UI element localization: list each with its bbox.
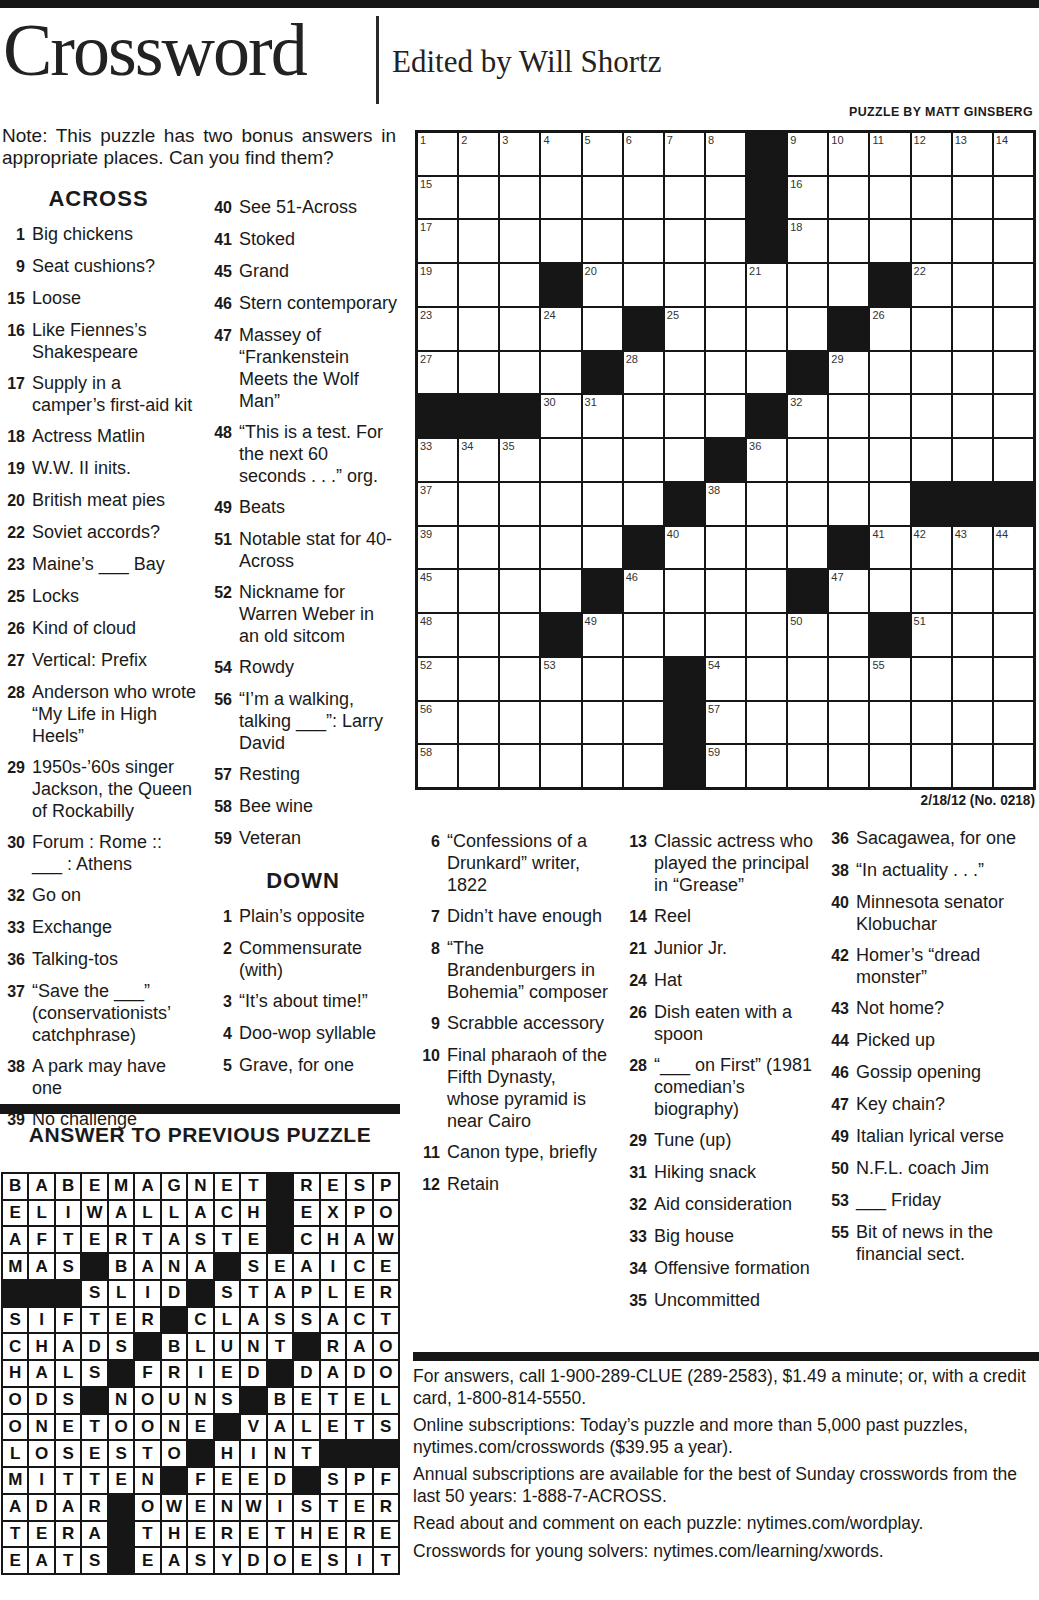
grid-cell[interactable] <box>500 264 539 306</box>
clue-number: 43 <box>824 997 849 1020</box>
grid-cell[interactable]: 11 <box>870 133 909 175</box>
clue-number: 28 <box>0 681 25 747</box>
grid-cell[interactable]: 21 <box>747 264 786 306</box>
clue-text: ___ Friday <box>856 1189 1039 1212</box>
grid-cell[interactable] <box>665 439 704 481</box>
puzzle-grid: 1234567891011121314151617181920212223242… <box>415 130 1036 790</box>
clue-across-46: 46Stern contemporary <box>207 292 399 315</box>
grid-cell[interactable] <box>747 745 786 787</box>
grid-cell[interactable]: 34 <box>459 439 498 481</box>
grid-cell[interactable]: 35 <box>500 439 539 481</box>
grid-cell[interactable] <box>953 658 992 700</box>
answer-letter-cell: A <box>162 1227 186 1252</box>
grid-cell[interactable] <box>706 308 745 350</box>
grid-cell[interactable]: 9 <box>788 133 827 175</box>
grid-cell[interactable] <box>541 745 580 787</box>
answer-black-square <box>374 1441 398 1466</box>
grid-cell[interactable] <box>912 658 951 700</box>
grid-cell[interactable]: 27 <box>418 352 457 394</box>
clue-across-23: 23Maine’s ___ Bay <box>0 553 197 576</box>
grid-cell[interactable] <box>583 527 622 569</box>
clue-text: Notable stat for 40-Across <box>239 528 399 572</box>
grid-cell[interactable] <box>624 264 663 306</box>
grid-cell[interactable] <box>624 483 663 525</box>
grid-cell[interactable] <box>583 439 622 481</box>
grid-cell[interactable] <box>541 439 580 481</box>
grid-cell[interactable] <box>953 220 992 262</box>
grid-cell[interactable] <box>994 658 1033 700</box>
grid-cell[interactable]: 30 <box>541 395 580 437</box>
answer-letter-cell: E <box>347 1388 371 1413</box>
answer-black-square <box>109 1522 133 1547</box>
answer-letter-cell: P <box>347 1468 371 1493</box>
grid-cell[interactable]: 57 <box>706 702 745 744</box>
grid-cell[interactable] <box>747 352 786 394</box>
clue-number: 40 <box>824 891 849 935</box>
grid-cell[interactable] <box>829 745 868 787</box>
grid-cell[interactable] <box>459 308 498 350</box>
grid-cell[interactable] <box>747 614 786 656</box>
clue-across-26: 26Kind of cloud <box>0 617 197 640</box>
grid-cell[interactable]: 31 <box>583 395 622 437</box>
grid-cell[interactable] <box>747 483 786 525</box>
grid-cell[interactable] <box>624 614 663 656</box>
grid-cell[interactable] <box>829 177 868 219</box>
clue-text: “Save the ___” (conservationists’ catchp… <box>32 980 197 1046</box>
grid-cell[interactable]: 49 <box>583 614 622 656</box>
black-square <box>829 308 868 350</box>
grid-cell[interactable] <box>459 483 498 525</box>
grid-cell[interactable] <box>829 220 868 262</box>
grid-cell[interactable]: 46 <box>624 570 663 612</box>
clue-down-13: 13Classic actress who played the princip… <box>622 830 818 896</box>
grid-cell[interactable] <box>583 658 622 700</box>
grid-cell[interactable] <box>953 264 992 306</box>
grid-cell[interactable] <box>788 745 827 787</box>
answer-letter-cell: T <box>82 1415 106 1440</box>
cell-number: 50 <box>790 615 802 627</box>
answer-letter-cell: T <box>268 1334 292 1359</box>
grid-cell[interactable]: 13 <box>953 133 992 175</box>
grid-cell[interactable]: 53 <box>541 658 580 700</box>
grid-cell[interactable] <box>747 308 786 350</box>
grid-cell[interactable] <box>747 570 786 612</box>
grid-cell[interactable] <box>706 264 745 306</box>
grid-cell[interactable] <box>788 264 827 306</box>
grid-cell[interactable]: 25 <box>665 308 704 350</box>
grid-cell[interactable]: 47 <box>829 570 868 612</box>
grid-cell[interactable]: 23 <box>418 308 457 350</box>
clue-number: 59 <box>207 827 232 850</box>
grid-cell[interactable] <box>706 352 745 394</box>
grid-cell[interactable] <box>870 439 909 481</box>
grid-cell[interactable] <box>624 439 663 481</box>
answer-black-square <box>29 1281 53 1306</box>
grid-cell[interactable] <box>829 439 868 481</box>
grid-cell[interactable] <box>583 702 622 744</box>
black-square <box>583 570 622 612</box>
clue-down-50: 50N.F.L. coach Jim <box>824 1157 1039 1180</box>
grid-cell[interactable] <box>500 527 539 569</box>
clue-text: Locks <box>32 585 197 608</box>
answer-letter-cell: R <box>294 1174 318 1199</box>
clue-number: 28 <box>622 1054 647 1120</box>
clue-number: 50 <box>824 1157 849 1180</box>
answer-letter-cell: L <box>321 1281 345 1306</box>
clue-across-32: 32Go on <box>0 884 197 907</box>
grid-cell[interactable] <box>747 527 786 569</box>
answer-letter-cell: I <box>268 1495 292 1520</box>
grid-cell[interactable] <box>459 527 498 569</box>
grid-cell[interactable] <box>829 264 868 306</box>
grid-cell[interactable] <box>459 658 498 700</box>
grid-cell[interactable]: 55 <box>870 658 909 700</box>
clue-text: 1950s-’60s singer Jackson, the Queen of … <box>32 756 197 822</box>
grid-cell[interactable] <box>624 658 663 700</box>
grid-cell[interactable] <box>665 352 704 394</box>
answer-letter-cell: E <box>294 1388 318 1413</box>
answer-letter-cell: E <box>215 1174 239 1199</box>
grid-cell[interactable] <box>459 264 498 306</box>
grid-cell[interactable] <box>500 308 539 350</box>
grid-cell[interactable] <box>994 308 1033 350</box>
grid-cell[interactable] <box>994 745 1033 787</box>
grid-cell[interactable]: 7 <box>665 133 704 175</box>
grid-cell[interactable] <box>583 308 622 350</box>
grid-cell[interactable] <box>994 439 1033 481</box>
grid-cell[interactable] <box>829 483 868 525</box>
grid-cell[interactable]: 17 <box>418 220 457 262</box>
grid-cell[interactable] <box>829 658 868 700</box>
grid-cell[interactable] <box>624 395 663 437</box>
grid-cell[interactable]: 26 <box>870 308 909 350</box>
grid-cell[interactable] <box>500 570 539 612</box>
answer-letter-cell: A <box>3 1495 27 1520</box>
answer-letter-cell: F <box>135 1361 159 1386</box>
grid-cell[interactable] <box>500 702 539 744</box>
grid-cell[interactable]: 8 <box>706 133 745 175</box>
clue-across-29: 291950s-’60s singer Jackson, the Queen o… <box>0 756 197 822</box>
answer-title: ANSWER TO PREVIOUS PUZZLE <box>0 1123 400 1147</box>
answer-letter-cell: A <box>268 1415 292 1440</box>
grid-cell[interactable] <box>500 177 539 219</box>
grid-cell[interactable] <box>541 177 580 219</box>
grid-cell[interactable] <box>459 177 498 219</box>
grid-cell[interactable] <box>665 177 704 219</box>
grid-cell[interactable]: 18 <box>788 220 827 262</box>
grid-cell[interactable] <box>788 483 827 525</box>
grid-cell[interactable] <box>459 570 498 612</box>
answer-letter-cell: X <box>321 1201 345 1226</box>
grid-cell[interactable] <box>953 308 992 350</box>
grid-cell[interactable] <box>706 177 745 219</box>
grid-cell[interactable] <box>953 177 992 219</box>
grid-cell[interactable] <box>870 570 909 612</box>
grid-cell[interactable] <box>829 614 868 656</box>
grid-cell[interactable] <box>829 702 868 744</box>
answer-letter-cell: T <box>56 1227 80 1252</box>
answer-letter-cell: O <box>135 1495 159 1520</box>
grid-cell[interactable]: 5 <box>583 133 622 175</box>
clue-number: 37 <box>0 980 25 1046</box>
grid-cell[interactable] <box>788 658 827 700</box>
clue-down-8: 8“The Brandenburgers in Bohemia” compose… <box>415 937 612 1003</box>
answer-letter-cell: T <box>82 1308 106 1333</box>
grid-cell[interactable] <box>912 702 951 744</box>
answer-black-square <box>56 1281 80 1306</box>
grid-cell[interactable] <box>665 570 704 612</box>
grid-cell[interactable] <box>912 177 951 219</box>
answer-letter-cell: R <box>347 1522 371 1547</box>
grid-cell[interactable] <box>912 395 951 437</box>
answer-letter-cell: M <box>3 1254 27 1279</box>
grid-cell[interactable] <box>706 527 745 569</box>
grid-cell[interactable] <box>870 483 909 525</box>
clue-across-45: 45Grand <box>207 260 399 283</box>
grid-cell[interactable] <box>788 527 827 569</box>
grid-cell[interactable]: 52 <box>418 658 457 700</box>
answer-black-square <box>188 1281 212 1306</box>
grid-cell[interactable] <box>541 570 580 612</box>
grid-cell[interactable] <box>541 352 580 394</box>
grid-cell[interactable] <box>870 352 909 394</box>
grid-cell[interactable] <box>953 439 992 481</box>
grid-cell[interactable]: 38 <box>706 483 745 525</box>
grid-cell[interactable] <box>994 570 1033 612</box>
cell-number: 20 <box>585 265 597 277</box>
grid-cell[interactable] <box>459 352 498 394</box>
date-line: 2/18/12 (No. 0218) <box>659 792 1035 808</box>
clue-text: “I’m a walking, talking ___”: Larry Davi… <box>239 688 399 754</box>
grid-cell[interactable] <box>870 395 909 437</box>
grid-cell[interactable] <box>994 352 1033 394</box>
grid-cell[interactable] <box>870 702 909 744</box>
grid-cell[interactable] <box>912 439 951 481</box>
clue-text: Key chain? <box>856 1093 1039 1116</box>
grid-cell[interactable] <box>459 220 498 262</box>
grid-cell[interactable]: 42 <box>912 527 951 569</box>
clue-number: 1 <box>0 223 25 246</box>
grid-cell[interactable]: 15 <box>418 177 457 219</box>
grid-cell[interactable] <box>870 220 909 262</box>
grid-cell[interactable] <box>665 395 704 437</box>
clue-number: 48 <box>207 421 232 487</box>
grid-cell[interactable] <box>912 220 951 262</box>
grid-cell[interactable]: 14 <box>994 133 1033 175</box>
grid-cell[interactable] <box>624 177 663 219</box>
clue-text: W.W. II inits. <box>32 457 197 480</box>
grid-cell[interactable] <box>912 352 951 394</box>
answer-letter-cell: R <box>135 1308 159 1333</box>
grid-cell[interactable]: 45 <box>418 570 457 612</box>
grid-cell[interactable]: 40 <box>665 527 704 569</box>
answer-letter-cell: P <box>374 1174 398 1199</box>
grid-cell[interactable] <box>583 177 622 219</box>
grid-cell[interactable] <box>747 702 786 744</box>
grid-cell[interactable] <box>541 527 580 569</box>
grid-cell[interactable] <box>665 264 704 306</box>
grid-cell[interactable]: 6 <box>624 133 663 175</box>
answer-letter-cell: C <box>188 1308 212 1333</box>
grid-cell[interactable] <box>665 614 704 656</box>
grid-cell[interactable] <box>994 264 1033 306</box>
grid-cell[interactable]: 33 <box>418 439 457 481</box>
clue-text: Loose <box>32 287 197 310</box>
grid-cell[interactable] <box>459 745 498 787</box>
grid-cell[interactable] <box>829 395 868 437</box>
clue-number: 49 <box>207 496 232 519</box>
black-square <box>665 658 704 700</box>
grid-cell[interactable]: 56 <box>418 702 457 744</box>
grid-cell[interactable]: 43 <box>953 527 992 569</box>
grid-cell[interactable] <box>788 439 827 481</box>
clue-number: 16 <box>0 319 25 363</box>
answer-letter-cell: L <box>162 1201 186 1226</box>
grid-cell[interactable] <box>953 570 992 612</box>
grid-cell[interactable] <box>583 220 622 262</box>
clue-number: 46 <box>207 292 232 315</box>
cell-number: 18 <box>790 221 802 233</box>
grid-cell[interactable]: 12 <box>912 133 951 175</box>
grid-cell[interactable] <box>788 308 827 350</box>
answer-letter-cell: F <box>29 1227 53 1252</box>
grid-cell[interactable] <box>624 220 663 262</box>
grid-cell[interactable]: 39 <box>418 527 457 569</box>
grid-cell[interactable] <box>747 658 786 700</box>
grid-cell[interactable]: 50 <box>788 614 827 656</box>
grid-cell[interactable]: 3 <box>500 133 539 175</box>
clue-across-57: 57Resting <box>207 763 399 786</box>
grid-cell[interactable]: 54 <box>706 658 745 700</box>
grid-cell[interactable] <box>500 658 539 700</box>
grid-cell[interactable]: 19 <box>418 264 457 306</box>
answer-letter-cell: T <box>135 1441 159 1466</box>
grid-cell[interactable]: 1 <box>418 133 457 175</box>
grid-cell[interactable] <box>706 395 745 437</box>
clue-text: Grand <box>239 260 399 283</box>
grid-cell[interactable] <box>994 177 1033 219</box>
clue-number: 42 <box>824 944 849 988</box>
clue-number: 47 <box>207 324 232 412</box>
grid-cell[interactable] <box>870 745 909 787</box>
grid-cell[interactable] <box>912 570 951 612</box>
answer-letter-cell: E <box>268 1254 292 1279</box>
grid-cell[interactable] <box>994 702 1033 744</box>
grid-cell[interactable] <box>459 702 498 744</box>
cell-number: 56 <box>420 703 432 715</box>
grid-cell[interactable]: 4 <box>541 133 580 175</box>
grid-cell[interactable] <box>912 308 951 350</box>
grid-cell[interactable] <box>953 702 992 744</box>
grid-cell[interactable]: 44 <box>994 527 1033 569</box>
grid-cell[interactable] <box>953 745 992 787</box>
grid-cell[interactable] <box>500 614 539 656</box>
grid-cell[interactable] <box>706 614 745 656</box>
cell-number: 53 <box>543 659 555 671</box>
grid-cell[interactable] <box>953 352 992 394</box>
grid-cell[interactable] <box>994 614 1033 656</box>
grid-cell[interactable]: 59 <box>706 745 745 787</box>
grid-cell[interactable]: 24 <box>541 308 580 350</box>
answer-letter-cell: F <box>188 1468 212 1493</box>
clue-down-3: 3“It’s about time!” <box>207 990 399 1013</box>
answer-letter-cell: T <box>347 1415 371 1440</box>
grid-cell[interactable] <box>994 395 1033 437</box>
answer-letter-cell: S <box>109 1334 133 1359</box>
grid-cell[interactable] <box>665 220 704 262</box>
answer-letter-cell: S <box>374 1415 398 1440</box>
cell-number: 52 <box>420 659 432 671</box>
answer-black-square <box>294 1468 318 1493</box>
grid-cell[interactable]: 41 <box>870 527 909 569</box>
grid-cell[interactable]: 58 <box>418 745 457 787</box>
clue-text: Kind of cloud <box>32 617 197 640</box>
grid-cell[interactable] <box>541 220 580 262</box>
grid-cell[interactable]: 29 <box>829 352 868 394</box>
answer-black-square <box>294 1334 318 1359</box>
cell-number: 10 <box>831 134 843 146</box>
cell-number: 48 <box>420 615 432 627</box>
grid-cell[interactable]: 51 <box>912 614 951 656</box>
grid-cell[interactable] <box>459 614 498 656</box>
grid-cell[interactable] <box>583 483 622 525</box>
grid-cell[interactable]: 32 <box>788 395 827 437</box>
grid-cell[interactable] <box>500 745 539 787</box>
answer-letter-cell: N <box>188 1174 212 1199</box>
grid-cell[interactable] <box>500 220 539 262</box>
clue-text: Minnesota senator Klobuchar <box>856 891 1039 935</box>
grid-cell[interactable]: 48 <box>418 614 457 656</box>
clue-number: 10 <box>415 1044 440 1132</box>
cell-number: 8 <box>708 134 714 146</box>
answer-letter-cell: A <box>162 1548 186 1573</box>
grid-cell[interactable]: 28 <box>624 352 663 394</box>
answer-black-square <box>109 1361 133 1386</box>
grid-cell[interactable] <box>541 702 580 744</box>
grid-cell[interactable]: 16 <box>788 177 827 219</box>
grid-cell[interactable] <box>541 483 580 525</box>
grid-cell[interactable] <box>624 702 663 744</box>
grid-cell[interactable]: 36 <box>747 439 786 481</box>
grid-cell[interactable] <box>500 483 539 525</box>
grid-cell[interactable] <box>994 220 1033 262</box>
answer-letter-cell: D <box>268 1468 292 1493</box>
grid-cell[interactable]: 2 <box>459 133 498 175</box>
clue-number: 38 <box>0 1055 25 1099</box>
grid-cell[interactable] <box>953 395 992 437</box>
answer-letter-cell: A <box>82 1522 106 1547</box>
grid-cell[interactable]: 37 <box>418 483 457 525</box>
grid-cell[interactable] <box>500 352 539 394</box>
answer-letter-cell: E <box>241 1468 265 1493</box>
grid-cell[interactable] <box>583 745 622 787</box>
grid-cell[interactable] <box>870 177 909 219</box>
grid-cell[interactable]: 10 <box>829 133 868 175</box>
clue-number: 24 <box>622 969 647 992</box>
grid-cell[interactable] <box>624 745 663 787</box>
grid-cell[interactable] <box>788 702 827 744</box>
black-square <box>994 483 1033 525</box>
answer-letter-cell: C <box>294 1227 318 1252</box>
grid-cell[interactable]: 22 <box>912 264 951 306</box>
clue-number: 19 <box>0 457 25 480</box>
grid-cell[interactable] <box>706 570 745 612</box>
clue-across-52: 52Nickname for Warren Weber in an old si… <box>207 581 399 647</box>
grid-cell[interactable] <box>706 220 745 262</box>
grid-cell[interactable]: 20 <box>583 264 622 306</box>
grid-cell[interactable] <box>912 745 951 787</box>
grid-cell[interactable] <box>953 614 992 656</box>
